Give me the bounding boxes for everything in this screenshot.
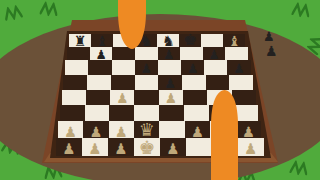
black-pawn: ♟︎ bbox=[163, 48, 174, 61]
black-pawn: ♟︎ bbox=[233, 62, 245, 75]
board-rank-3 bbox=[60, 105, 259, 121]
square-e7[interactable]: ♟︎ bbox=[158, 47, 181, 61]
square-d8[interactable]: ♞︎ bbox=[135, 34, 157, 47]
white-pawn: ♟︎ bbox=[88, 142, 101, 157]
square-c7[interactable] bbox=[112, 47, 135, 61]
square-f1[interactable] bbox=[186, 138, 212, 156]
board-rank-6: ♟︎♟︎♟︎ bbox=[65, 60, 250, 74]
white-king: ♚︎ bbox=[139, 139, 155, 157]
board-rank-1: ♟︎♟︎♟︎♚︎♟︎♟︎ bbox=[56, 138, 264, 156]
white-pawn: ♟︎ bbox=[114, 142, 127, 157]
square-b2[interactable]: ♟︎ bbox=[83, 121, 108, 138]
square-f7[interactable] bbox=[180, 47, 203, 61]
chess-board: ♜︎♝︎♞︎♞︎♚︎♝︎♟︎♟︎♟︎♟︎♟︎♟︎♟︎♟︎♟︎♟︎♟︎♟︎♛︎♟︎… bbox=[0, 0, 320, 180]
square-b7[interactable]: ♟︎ bbox=[90, 47, 113, 61]
white-pawn: ♟︎ bbox=[166, 142, 179, 157]
square-h2[interactable]: ♟︎ bbox=[236, 121, 261, 138]
white-pawn: ♟︎ bbox=[191, 125, 204, 139]
black-bishop: ♝︎ bbox=[96, 33, 109, 47]
square-c3[interactable] bbox=[109, 105, 134, 121]
square-b8[interactable]: ♝︎ bbox=[91, 34, 113, 47]
square-f3[interactable] bbox=[184, 105, 209, 121]
square-a1[interactable]: ♟︎ bbox=[56, 138, 82, 156]
square-h8[interactable]: ♝︎ bbox=[223, 34, 245, 47]
square-f6[interactable]: ♟︎ bbox=[181, 60, 204, 74]
black-pawn: ♟︎ bbox=[187, 62, 199, 75]
square-g6[interactable] bbox=[204, 60, 227, 74]
board-rank-4: ♟︎♟︎ bbox=[62, 90, 256, 106]
square-g5[interactable] bbox=[206, 75, 230, 90]
square-f5[interactable] bbox=[182, 75, 206, 90]
square-f2[interactable]: ♟︎ bbox=[185, 121, 210, 138]
board-rank-8: ♜︎♝︎♞︎♞︎♚︎♝︎ bbox=[69, 34, 245, 47]
square-e4[interactable]: ♟︎ bbox=[159, 90, 183, 106]
square-b3[interactable] bbox=[85, 105, 110, 121]
square-c1[interactable]: ♟︎ bbox=[108, 138, 134, 156]
square-d1[interactable]: ♚︎ bbox=[134, 138, 160, 156]
square-g7[interactable]: ♟︎ bbox=[203, 47, 226, 61]
square-b6[interactable] bbox=[88, 60, 111, 74]
square-h7[interactable] bbox=[225, 47, 248, 61]
square-c6[interactable] bbox=[112, 60, 135, 74]
square-d5[interactable] bbox=[135, 75, 159, 90]
square-a7[interactable] bbox=[67, 47, 90, 61]
square-d4[interactable] bbox=[134, 90, 158, 106]
square-h5[interactable] bbox=[229, 75, 253, 90]
black-pawn: ♟︎ bbox=[164, 77, 176, 90]
square-c2[interactable]: ♟︎ bbox=[109, 121, 134, 138]
square-e1[interactable]: ♟︎ bbox=[160, 138, 186, 156]
square-g8[interactable] bbox=[201, 34, 223, 47]
square-e6[interactable] bbox=[158, 60, 181, 74]
square-a5[interactable] bbox=[63, 75, 87, 90]
square-g1[interactable] bbox=[212, 138, 238, 156]
square-f8[interactable]: ♚︎ bbox=[179, 34, 201, 47]
captured-black-pawn: ♟︎ bbox=[265, 44, 278, 58]
square-h4[interactable] bbox=[232, 90, 256, 106]
square-a6[interactable] bbox=[65, 60, 88, 74]
white-pawn: ♟︎ bbox=[89, 125, 102, 139]
white-pawn: ♟︎ bbox=[116, 92, 128, 106]
board-rank-7: ♟︎♟︎♟︎ bbox=[67, 47, 248, 61]
white-pawn: ♟︎ bbox=[165, 92, 177, 106]
square-e2[interactable] bbox=[159, 121, 184, 138]
square-h3[interactable] bbox=[234, 105, 259, 121]
white-pawn: ♟︎ bbox=[115, 125, 128, 139]
square-c5[interactable] bbox=[111, 75, 135, 90]
white-pawn: ♟︎ bbox=[64, 125, 77, 139]
square-a3[interactable] bbox=[60, 105, 85, 121]
captured-black-pawn: ♟︎ bbox=[263, 30, 275, 43]
square-c8[interactable] bbox=[113, 34, 135, 47]
white-pawn: ♟︎ bbox=[62, 142, 75, 157]
square-b4[interactable] bbox=[86, 90, 110, 106]
square-g2[interactable] bbox=[210, 121, 235, 138]
black-rook: ♜︎ bbox=[74, 33, 87, 47]
black-pawn: ♟︎ bbox=[141, 62, 153, 75]
square-f4[interactable] bbox=[183, 90, 207, 106]
square-d6[interactable]: ♟︎ bbox=[135, 60, 158, 74]
square-a8[interactable]: ♜︎ bbox=[69, 34, 91, 47]
black-pawn: ♟︎ bbox=[208, 48, 219, 61]
board-rank-5: ♟︎ bbox=[63, 75, 253, 90]
square-g4[interactable] bbox=[207, 90, 231, 106]
square-g3[interactable] bbox=[209, 105, 234, 121]
square-a2[interactable]: ♟︎ bbox=[58, 121, 83, 138]
black-king: ♚︎ bbox=[183, 32, 197, 48]
board-rank-2: ♟︎♟︎♟︎♛︎♟︎♟︎ bbox=[58, 121, 261, 138]
square-d7[interactable] bbox=[135, 47, 158, 61]
black-knight: ♞︎ bbox=[140, 33, 153, 47]
square-h1[interactable]: ♟︎ bbox=[238, 138, 264, 156]
white-bishop: ♝︎ bbox=[228, 33, 241, 47]
square-a4[interactable] bbox=[62, 90, 86, 106]
white-pawn: ♟︎ bbox=[242, 125, 255, 139]
square-h6[interactable]: ♟︎ bbox=[227, 60, 250, 74]
chess-scene: ♜︎♝︎♞︎♞︎♚︎♝︎♟︎♟︎♟︎♟︎♟︎♟︎♟︎♟︎♟︎♟︎♟︎♟︎♛︎♟︎… bbox=[0, 0, 320, 180]
square-c4[interactable]: ♟︎ bbox=[110, 90, 134, 106]
white-pawn: ♟︎ bbox=[244, 142, 257, 157]
square-e8[interactable]: ♞︎ bbox=[157, 34, 179, 47]
square-b5[interactable] bbox=[87, 75, 111, 90]
black-knight: ♞︎ bbox=[162, 33, 175, 47]
square-e3[interactable] bbox=[159, 105, 184, 121]
black-pawn: ♟︎ bbox=[95, 48, 106, 61]
square-b1[interactable]: ♟︎ bbox=[82, 138, 108, 156]
square-e5[interactable]: ♟︎ bbox=[158, 75, 182, 90]
